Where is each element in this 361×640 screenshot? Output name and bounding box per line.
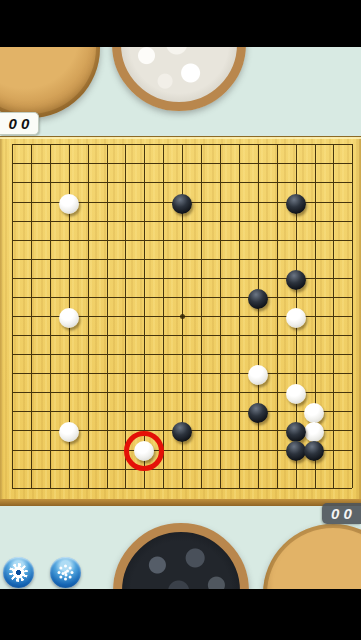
stone-white-Q6 — [286, 384, 306, 404]
grid-line-vertical — [277, 144, 278, 487]
stone-black-K4 — [172, 422, 192, 442]
go-app-screen: 0 0 0 0 — [0, 0, 361, 640]
settings-button[interactable] — [3, 557, 34, 588]
stone-white-D10 — [59, 308, 79, 328]
stone-black-Q16 — [286, 194, 306, 214]
status-bar-band-top — [0, 0, 361, 47]
stone-white-D16 — [59, 194, 79, 214]
grid-line-vertical — [220, 144, 221, 487]
stone-white-R5 — [304, 403, 324, 423]
grid-line-vertical — [258, 144, 259, 487]
stone-white-Q10 — [286, 308, 306, 328]
stone-black-Q3 — [286, 441, 306, 461]
last-move-marker-red-circle-icon — [124, 431, 164, 471]
gear-icon — [9, 563, 28, 582]
stone-black-O11 — [248, 289, 268, 309]
grid-line-horizontal — [12, 354, 352, 355]
capture-counter-bottom-right: 0 0 — [322, 503, 361, 524]
stone-black-Q12 — [286, 270, 306, 290]
capture-counter-top-left: 0 0 — [0, 112, 39, 135]
grid-line-vertical — [352, 144, 353, 487]
stone-black-K16 — [172, 194, 192, 214]
grid-line-vertical — [239, 144, 240, 487]
grid-line-horizontal — [12, 411, 352, 412]
stone-white-R4 — [304, 422, 324, 442]
dots-icon — [56, 563, 75, 582]
pattern-button[interactable] — [50, 557, 81, 588]
stone-black-R3 — [304, 441, 324, 461]
grid-line-horizontal — [12, 469, 352, 470]
stone-white-O7 — [248, 365, 268, 385]
stone-white-D4 — [59, 422, 79, 442]
grid-line-vertical — [333, 144, 334, 487]
grid-line-horizontal — [12, 373, 352, 374]
grid-line-vertical — [201, 144, 202, 487]
stone-black-Q4 — [286, 422, 306, 442]
status-bar-band-bottom — [0, 589, 361, 640]
go-board[interactable] — [0, 136, 361, 506]
grid-line-horizontal — [12, 488, 352, 489]
stone-black-O5 — [248, 403, 268, 423]
grid-line-horizontal — [12, 335, 352, 336]
star-point — [180, 314, 185, 319]
board-grid[interactable] — [0, 137, 361, 506]
